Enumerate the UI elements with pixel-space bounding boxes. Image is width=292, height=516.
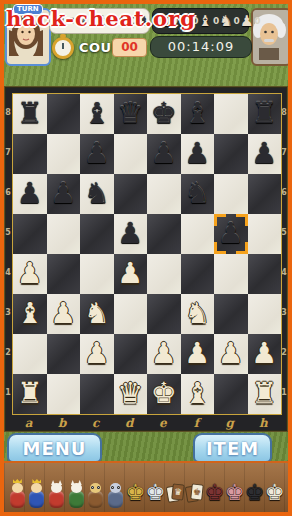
square-b6[interactable]: ♟: [47, 174, 81, 214]
red-cat-doll-head: [51, 483, 62, 493]
file-label-b: b: [46, 415, 80, 431]
crown-icon: [32, 479, 41, 483]
blue-owl-doll-body: [108, 491, 123, 508]
rank-label-3: 3: [4, 293, 12, 333]
square-f5[interactable]: [181, 214, 215, 254]
piece-black-knight: ♞: [181, 174, 215, 213]
knight-icon: ♞: [219, 14, 232, 29]
square-f4[interactable]: [181, 254, 215, 294]
piece-white-rook: ♜: [248, 374, 282, 413]
square-a7[interactable]: [13, 134, 47, 174]
skin-red-king-doll-icon[interactable]: [8, 466, 27, 508]
owl-eye: [117, 486, 120, 489]
square-f2[interactable]: ♟: [181, 334, 215, 374]
red-king-doll-body: [10, 491, 25, 508]
file-label-f: f: [180, 415, 214, 431]
captured-white-pieces-tray: ♜0♛0♝0♞0♟0: [152, 8, 249, 34]
square-g2[interactable]: ♟: [214, 334, 248, 374]
square-h4[interactable]: [248, 254, 282, 294]
square-c1[interactable]: [80, 374, 114, 414]
piece-skin-tray: ♚♚♛♚♚♚♚♚: [4, 461, 288, 512]
square-b8[interactable]: [47, 94, 81, 134]
square-f6[interactable]: ♞: [181, 174, 215, 214]
file-label-e: e: [146, 415, 180, 431]
piece-black-knight: ♞: [80, 174, 114, 213]
stopwatch-icon: [52, 37, 74, 59]
count-value: 00: [112, 38, 147, 57]
pawn-icon: ♟: [137, 14, 150, 29]
piece-white-pawn: ♟: [13, 254, 47, 293]
square-g3[interactable]: [214, 294, 248, 334]
square-e6[interactable]: [147, 174, 181, 214]
captured-rook-counter: ♜0: [54, 14, 75, 29]
bishop-icon: ♝: [198, 14, 211, 29]
square-a8[interactable]: ♜: [13, 94, 47, 134]
square-g8[interactable]: [214, 94, 248, 134]
cat-ear: [58, 480, 62, 485]
square-d5[interactable]: ♟: [114, 214, 148, 254]
square-b3[interactable]: ♟: [47, 294, 81, 334]
piece-black-king: ♚: [147, 94, 181, 133]
square-c2[interactable]: ♟: [80, 334, 114, 374]
skin-king-card-icon[interactable]: ♚: [185, 466, 204, 508]
square-f3[interactable]: ♞: [181, 294, 215, 334]
skin-brown-owl-doll-icon[interactable]: [87, 466, 106, 508]
blue-owl-doll-head: [110, 483, 121, 493]
selection-corner: [214, 214, 226, 226]
skin-blue-owl-doll-icon[interactable]: [106, 466, 125, 508]
square-f7[interactable]: ♟: [181, 134, 215, 174]
piece-white-pawn: ♟: [114, 254, 148, 293]
square-h7[interactable]: ♟: [248, 134, 282, 174]
square-g6[interactable]: [214, 174, 248, 214]
skin-queen-card-icon[interactable]: ♛: [166, 466, 185, 508]
square-d6[interactable]: [114, 174, 148, 214]
square-b2[interactable]: [47, 334, 81, 374]
selection-corner: [214, 242, 226, 254]
red-king-doll-head: [12, 483, 23, 493]
square-h5[interactable]: [248, 214, 282, 254]
rank-label-1: 1: [4, 373, 12, 413]
piece-black-rook: ♜: [13, 94, 47, 133]
captured-rook-counter: ♜0: [157, 14, 178, 29]
rook-icon: ♜: [54, 14, 67, 29]
file-labels: abcdefgh: [12, 415, 280, 431]
piece-white-pawn: ♟: [80, 334, 114, 373]
piece-black-pawn: ♟: [248, 134, 282, 173]
cat-ear: [78, 480, 82, 485]
captured-knight-counter: ♞0: [116, 14, 137, 29]
piece-white-king: ♚: [147, 374, 181, 413]
piece-white-pawn: ♟: [248, 334, 282, 373]
piece-white-pawn: ♟: [214, 334, 248, 373]
black-king-piece-glyph: ♚: [245, 478, 265, 508]
square-b5[interactable]: [47, 214, 81, 254]
piece-white-queen: ♛: [114, 374, 148, 413]
square-c5[interactable]: [80, 214, 114, 254]
captured-bishop-counter: ♝0: [95, 14, 116, 29]
chess-board-frame: 87654321 87654321 ♜♝♛♚♝♜♟♟♟♟♟♟♞♞♟♟♟♟♝♟♞♞…: [4, 86, 288, 432]
piece-white-knight: ♞: [181, 294, 215, 333]
game-timer: 00:14:09: [150, 36, 252, 58]
file-label-d: d: [113, 415, 147, 431]
cat-ear: [71, 480, 75, 485]
item-button[interactable]: ITEM: [193, 433, 272, 463]
menu-button[interactable]: MENU: [7, 433, 102, 463]
piece-black-pawn: ♟: [80, 134, 114, 173]
square-b1[interactable]: [47, 374, 81, 414]
piece-black-pawn: ♟: [114, 214, 148, 253]
captured-bishop-counter: ♝0: [198, 14, 219, 29]
piece-black-pawn: ♟: [13, 174, 47, 213]
square-c6[interactable]: ♞: [80, 174, 114, 214]
square-e1[interactable]: ♚: [147, 374, 181, 414]
queen-icon: ♛: [178, 14, 191, 29]
piece-white-pawn: ♟: [47, 294, 81, 333]
piece-black-pawn: ♟: [181, 134, 215, 173]
file-label-h: h: [247, 415, 281, 431]
file-label-a: a: [12, 415, 46, 431]
piece-white-rook: ♜: [13, 374, 47, 413]
square-b7[interactable]: [47, 134, 81, 174]
rank-label-8: 8: [4, 93, 12, 133]
owl-eye: [97, 486, 100, 489]
king-card-pair: ♚: [186, 484, 203, 508]
square-a5[interactable]: [13, 214, 47, 254]
crown-icon: [13, 479, 22, 483]
captured-count: 0: [254, 16, 260, 26]
square-c4[interactable]: [80, 254, 114, 294]
square-a1[interactable]: ♜: [13, 374, 47, 414]
card-front: ♚: [190, 483, 204, 500]
piece-white-bishop: ♝: [13, 294, 47, 333]
square-c7[interactable]: ♟: [80, 134, 114, 174]
red-cat-doll-body: [49, 491, 64, 508]
blue-king-doll-body: [29, 491, 44, 508]
square-g1[interactable]: [214, 374, 248, 414]
square-h3[interactable]: [248, 294, 282, 334]
skin-maroon-king-piece-icon[interactable]: ♚: [205, 466, 224, 508]
square-d2[interactable]: [114, 334, 148, 374]
piece-black-queen: ♛: [114, 94, 148, 133]
rank-label-2: 2: [4, 333, 12, 373]
green-cat-doll-body: [69, 491, 84, 508]
square-h1[interactable]: ♜: [248, 374, 282, 414]
woman-portrait-image: [7, 10, 45, 60]
square-d4[interactable]: ♟: [114, 254, 148, 294]
square-d7[interactable]: [114, 134, 148, 174]
gold-king-piece-glyph: ♚: [125, 478, 145, 508]
square-c8[interactable]: ♝: [80, 94, 114, 134]
queen-icon: ♛: [75, 14, 88, 29]
rank-labels-left: 87654321: [4, 93, 12, 413]
rook-icon: ♜: [157, 14, 170, 29]
piece-black-pawn: ♟: [147, 134, 181, 173]
square-a4[interactable]: ♟: [13, 254, 47, 294]
silver-king-piece-glyph: ♚: [145, 478, 165, 508]
brown-owl-doll-body: [88, 491, 103, 508]
square-e8[interactable]: ♚: [147, 94, 181, 134]
piece-white-pawn: ♟: [181, 334, 215, 373]
square-h2[interactable]: ♟: [248, 334, 282, 374]
file-label-c: c: [79, 415, 113, 431]
piece-white-pawn: ♟: [147, 334, 181, 373]
player-left-avatar: [5, 8, 51, 66]
square-e7[interactable]: ♟: [147, 134, 181, 174]
bishop-icon: ♝: [95, 14, 108, 29]
captured-knight-counter: ♞0: [219, 14, 240, 29]
card-front: ♛: [171, 483, 185, 500]
piece-black-pawn: ♟: [47, 174, 81, 213]
square-g4[interactable]: [214, 254, 248, 294]
square-a3[interactable]: ♝: [13, 294, 47, 334]
square-a6[interactable]: ♟: [13, 174, 47, 214]
square-g5-selected[interactable]: ♟: [214, 214, 248, 254]
rank-label-5: 5: [4, 213, 12, 253]
square-h6[interactable]: [248, 174, 282, 214]
rank-label-4: 4: [4, 253, 12, 293]
square-h8[interactable]: ♜: [248, 94, 282, 134]
square-b4[interactable]: [47, 254, 81, 294]
rank-label-7: 7: [4, 133, 12, 173]
chess-board: ♜♝♛♚♝♜♟♟♟♟♟♟♞♞♟♟♟♟♝♟♞♞♟♟♟♟♟♜♛♚♝♜: [12, 93, 282, 415]
selection-corner: [236, 242, 248, 254]
square-e2[interactable]: ♟: [147, 334, 181, 374]
white-king-piece-glyph: ♚: [265, 478, 285, 508]
skin-blue-king-doll-icon[interactable]: [28, 466, 47, 508]
selection-corner: [236, 214, 248, 226]
square-d8[interactable]: ♛: [114, 94, 148, 134]
square-c3[interactable]: ♞: [80, 294, 114, 334]
owl-eye: [111, 486, 114, 489]
captured-black-pieces-tray: ♜0♛0♝0♞0♟0: [49, 8, 150, 34]
game-screen: hack-cheat.org TURN ♜0♛0♝0♞0♟0 ♜0♛0♝0♞: [0, 0, 292, 516]
owl-eye: [91, 486, 94, 489]
skin-pink-king-piece-icon[interactable]: ♚: [225, 466, 244, 508]
skin-gold-king-piece-icon[interactable]: ♚: [126, 466, 145, 508]
square-d1[interactable]: ♛: [114, 374, 148, 414]
square-f8[interactable]: ♝: [181, 94, 215, 134]
captured-pawn-counter: ♟0: [240, 14, 261, 29]
square-d3[interactable]: [114, 294, 148, 334]
captured-queen-counter: ♛0: [178, 14, 199, 29]
maroon-king-piece-glyph: ♚: [205, 478, 225, 508]
skin-green-cat-doll-icon[interactable]: [67, 466, 86, 508]
piece-white-knight: ♞: [80, 294, 114, 333]
cat-ear: [51, 480, 55, 485]
captured-queen-counter: ♛0: [75, 14, 96, 29]
square-f1[interactable]: ♝: [181, 374, 215, 414]
skin-white-king-piece-icon[interactable]: ♚: [265, 466, 284, 508]
piece-black-bishop: ♝: [80, 94, 114, 133]
square-e3[interactable]: [147, 294, 181, 334]
piece-white-bishop: ♝: [181, 374, 215, 413]
file-label-g: g: [213, 415, 247, 431]
pink-king-piece-glyph: ♚: [225, 478, 245, 508]
square-e5[interactable]: [147, 214, 181, 254]
green-cat-doll-head: [71, 483, 82, 493]
skin-black-king-piece-icon[interactable]: ♚: [245, 466, 264, 508]
square-g7[interactable]: [214, 134, 248, 174]
pawn-icon: ♟: [240, 14, 253, 29]
square-a2[interactable]: [13, 334, 47, 374]
queen-card-pair: ♛: [167, 484, 184, 508]
square-e4[interactable]: [147, 254, 181, 294]
piece-black-bishop: ♝: [181, 94, 215, 133]
skin-red-cat-doll-icon[interactable]: [47, 466, 66, 508]
turn-badge: TURN: [13, 4, 43, 15]
piece-black-rook: ♜: [248, 94, 282, 133]
knight-icon: ♞: [116, 14, 129, 29]
rank-label-6: 6: [4, 173, 12, 213]
skin-silver-king-piece-icon[interactable]: ♚: [146, 466, 165, 508]
